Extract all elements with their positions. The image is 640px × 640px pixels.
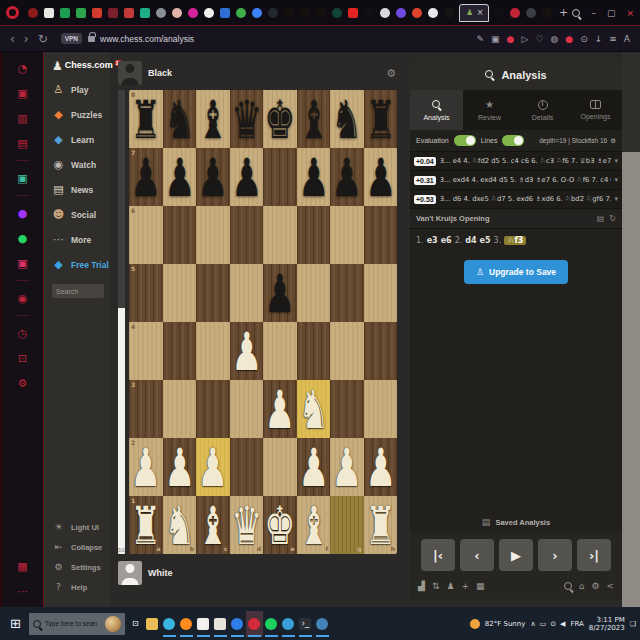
time-text: 3:11 PM xyxy=(597,616,625,624)
toggle-knob xyxy=(514,136,523,145)
learn-icon: ◆ xyxy=(52,134,65,146)
square-c4[interactable] xyxy=(196,322,230,380)
square-b4[interactable] xyxy=(163,322,197,380)
search-highlight-icon[interactable] xyxy=(105,616,121,632)
sidebar-footer-light-ui[interactable]: ☀Light UI xyxy=(52,521,110,533)
tab-favicon xyxy=(204,8,214,18)
tab[interactable] xyxy=(75,4,87,22)
tab-favicon xyxy=(396,8,406,18)
square-c5[interactable] xyxy=(196,264,230,322)
downloads-icon[interactable]: ⊡ xyxy=(15,350,31,366)
next-move-button[interactable]: › xyxy=(538,539,572,571)
square-g7[interactable]: ♟ xyxy=(330,148,364,206)
sidebar-item-label: News xyxy=(71,185,93,195)
first-move-button[interactable]: |‹ xyxy=(421,539,455,571)
square-b1[interactable]: b♞ xyxy=(163,496,197,554)
mail-icon[interactable] xyxy=(212,611,229,637)
square-a7[interactable]: 7♟ xyxy=(129,148,163,206)
square-a4[interactable]: 4 xyxy=(129,322,163,380)
square-e7[interactable] xyxy=(263,148,297,206)
page-right-margin xyxy=(622,52,640,607)
rank-label: 5 xyxy=(131,266,135,272)
square-b6[interactable] xyxy=(163,206,197,264)
square-f7[interactable]: ♟ xyxy=(297,148,331,206)
back-button[interactable]: ‹ xyxy=(10,32,15,46)
tab[interactable] xyxy=(43,4,55,22)
tab-favicon xyxy=(428,8,438,18)
move[interactable]: e3 xyxy=(427,236,438,245)
move-number: 2. xyxy=(455,236,463,245)
eval-black-portion xyxy=(118,90,125,308)
eval-chip: +0.53 xyxy=(414,195,436,204)
divider xyxy=(16,280,30,281)
square-h7[interactable]: ♟ xyxy=(364,148,398,206)
explore-icon[interactable]: ↻ xyxy=(609,214,616,223)
tab-favicon xyxy=(494,8,504,18)
engine-status-text: depth=19 | Stockfish 16 xyxy=(539,137,607,144)
settings-icon[interactable]: ⚙ xyxy=(591,581,599,591)
square-d1[interactable]: d♛ xyxy=(230,496,264,554)
document-icon[interactable] xyxy=(195,611,212,637)
tab-favicon xyxy=(236,8,246,18)
square-g1[interactable]: g xyxy=(330,496,364,554)
prev-move-button[interactable]: ‹ xyxy=(460,539,494,571)
notification-icon[interactable]: ❏ xyxy=(630,620,636,628)
sidebar-item-more[interactable]: ⋯More xyxy=(52,234,110,246)
tab-github-favicon xyxy=(542,8,552,18)
engine-settings-gear-icon[interactable]: ⚙ xyxy=(610,137,616,145)
add-line-icon[interactable]: + xyxy=(462,581,470,591)
eval-white-portion xyxy=(118,308,125,554)
square-d3[interactable] xyxy=(230,380,264,438)
sidebar-item-free-trial[interactable]: ◆ Free Trial xyxy=(52,259,110,271)
tab[interactable] xyxy=(363,4,375,22)
snapshot-icon[interactable]: ▦ xyxy=(15,558,31,574)
white-bishop: ♝ xyxy=(296,480,330,554)
tab-youtube-favicon xyxy=(348,8,358,18)
record-icon[interactable]: ● xyxy=(507,34,515,44)
tab[interactable] xyxy=(443,4,455,22)
instagram-icon[interactable]: ▣ xyxy=(15,255,31,271)
mic-icon[interactable]: ⊙ xyxy=(550,620,556,628)
chevron-up-icon[interactable]: ∧ xyxy=(530,620,535,628)
sidebar-item-social[interactable]: ☻Social xyxy=(52,209,110,221)
tab[interactable] xyxy=(251,4,263,22)
social-icon: ☻ xyxy=(52,209,65,221)
tab-github-favicon xyxy=(316,8,326,18)
gx-store-icon[interactable]: ▣ xyxy=(15,85,31,101)
tab[interactable] xyxy=(171,4,183,22)
panel-tab-label: Details xyxy=(532,114,553,121)
square-e1[interactable]: e♚ xyxy=(263,496,297,554)
menu-icon[interactable]: ≡ xyxy=(609,34,617,44)
setup-board-icon[interactable]: ▦ xyxy=(476,581,485,591)
opera-sidebar: ◔▣▥▤▣●●▣◉◷⊡⚙▦⋯ xyxy=(0,52,44,607)
profile-icon[interactable]: A xyxy=(624,34,630,44)
sidebar-item-watch[interactable]: ◉Watch xyxy=(52,159,110,171)
extension-icon[interactable]: ◍ xyxy=(550,34,558,44)
sidebar-footer-settings[interactable]: ⚙Settings xyxy=(52,561,110,573)
tab[interactable] xyxy=(219,4,231,22)
tab-search-icon[interactable] xyxy=(572,9,580,17)
tab-github-favicon xyxy=(300,8,310,18)
tab-favicon xyxy=(268,8,278,18)
toggle-lines[interactable] xyxy=(502,135,524,146)
rank-label: 4 xyxy=(131,324,135,330)
magnifier-icon xyxy=(432,100,442,110)
tab-favicon xyxy=(108,8,118,18)
rank-label: 6 xyxy=(131,208,135,214)
tab[interactable] xyxy=(203,4,215,22)
player-row-top: Black ⚙ xyxy=(118,58,400,88)
engine-status[interactable]: depth=19 | Stockfish 16⚙ xyxy=(539,137,616,145)
board-settings-gear-icon[interactable]: ⚙ xyxy=(386,67,396,80)
toggle-knob xyxy=(466,136,475,145)
sidebar-item-label: Play xyxy=(71,85,89,95)
toggle-label: Lines xyxy=(481,137,498,144)
more-icon: ⋯ xyxy=(52,234,65,246)
engine-line-moves: 3... exd4 4. exd4 d5 5. ♗d3 ♗e7 6. O-O ♘… xyxy=(440,176,612,184)
tab-favicon xyxy=(380,8,390,18)
minimize-button[interactable]: – xyxy=(591,8,596,18)
tab-favicon xyxy=(124,8,134,18)
history-icon[interactable]: ◷ xyxy=(15,325,31,341)
firefox-icon[interactable] xyxy=(178,611,195,637)
toggle-label: Evaluation xyxy=(416,137,449,144)
move[interactable]: e6 xyxy=(441,236,452,245)
tab-github[interactable] xyxy=(299,4,311,22)
chesscom-sidebar: ♟ Chess.com 24 ♙Play◆Puzzles◆Learn◉Watch… xyxy=(44,52,110,607)
flip-board-icon[interactable]: ⇅ xyxy=(432,581,440,591)
tab-favicon xyxy=(44,8,54,18)
square-f6[interactable] xyxy=(297,206,331,264)
practice-icon[interactable]: ♟ xyxy=(446,581,454,591)
square-a5[interactable]: 5 xyxy=(129,264,163,322)
diamond-icon: ◆ xyxy=(52,259,65,271)
sidebar-item-puzzles[interactable]: ◆Puzzles xyxy=(52,109,110,121)
player-name-white: White xyxy=(148,568,173,578)
square-b5[interactable] xyxy=(163,264,197,322)
white-knight: ♞ xyxy=(162,480,196,554)
close-button[interactable]: × xyxy=(626,8,634,18)
sidebar-footer-collapse[interactable]: ⇤Collapse xyxy=(52,541,110,553)
sidebar-item-news[interactable]: ▤News xyxy=(52,184,110,196)
logo-pawn-icon: ♟ xyxy=(52,60,63,72)
messenger-icon[interactable]: ● xyxy=(15,205,31,221)
eval-chip: +0.31 xyxy=(414,176,436,185)
active-tab-chesscom-analysis[interactable]: ♟× xyxy=(459,4,489,22)
media-icon[interactable] xyxy=(229,611,246,637)
tab[interactable] xyxy=(525,4,537,22)
tab-list: ♟× xyxy=(27,4,553,22)
play-icon[interactable]: ▷ xyxy=(521,34,528,44)
engine-line-3[interactable]: +0.533... d6 4. dxe5 ♘d7 5. exd6 ♗xd6 6.… xyxy=(410,189,622,208)
move-list: 1.e3e62.d4e53.♘f3 xyxy=(410,229,622,252)
square-f5[interactable] xyxy=(297,264,331,322)
move-current[interactable]: ♘f3 xyxy=(504,236,526,245)
help-icon: ? xyxy=(52,581,65,593)
upgrade-label: Upgrade to Save xyxy=(489,267,556,277)
avatar[interactable] xyxy=(118,561,142,585)
tab-favicon xyxy=(172,8,182,18)
vpn-badge[interactable]: VPN xyxy=(61,33,82,44)
sidebar-search-input[interactable] xyxy=(52,284,104,298)
tab[interactable] xyxy=(139,4,151,22)
square-c1[interactable]: c♝ xyxy=(196,496,230,554)
tab-review[interactable]: ★Review xyxy=(463,90,516,130)
address-bar-icons: ✎▣●▷♡◍●⊙↓≡A xyxy=(477,34,630,44)
book-icon xyxy=(590,100,601,109)
volume-icon[interactable]: ◀ xyxy=(560,620,565,628)
collapse-icon: ⇤ xyxy=(52,541,65,553)
tab-favicon xyxy=(140,8,150,18)
player-row-bottom: White xyxy=(118,558,400,588)
twitch-icon[interactable]: ▣ xyxy=(15,170,31,186)
settings-icon: ⚙ xyxy=(52,561,65,573)
square-g6[interactable] xyxy=(330,206,364,264)
file-explorer-icon[interactable] xyxy=(144,611,161,637)
edge-icon[interactable] xyxy=(161,611,178,637)
tab[interactable] xyxy=(91,4,103,22)
share-icon[interactable]: < xyxy=(606,581,614,591)
taskbar-search[interactable] xyxy=(29,613,125,635)
move-navigation: |‹‹▶››| xyxy=(410,533,622,577)
settings-icon[interactable]: ⚙ xyxy=(15,375,31,391)
more-icon[interactable]: ⋯ xyxy=(15,583,31,599)
square-g5[interactable] xyxy=(330,264,364,322)
tab[interactable] xyxy=(493,4,505,22)
square-e3[interactable]: ♟ xyxy=(263,380,297,438)
last-move-button[interactable]: ›| xyxy=(577,539,611,571)
square-a6[interactable]: 6 xyxy=(129,206,163,264)
divider xyxy=(16,315,30,316)
rank-label: 3 xyxy=(131,382,135,388)
whatsapp-icon[interactable]: ● xyxy=(15,230,31,246)
square-g4[interactable] xyxy=(330,322,364,380)
pc-icon[interactable]: ▭ xyxy=(540,620,547,628)
tab-favicon xyxy=(188,8,198,18)
classroom-icon[interactable]: ⌂ xyxy=(579,581,585,591)
tab-github[interactable] xyxy=(283,4,295,22)
play-pawn-icon: ♙ xyxy=(52,84,65,96)
saved-analysis-icon: ▤ xyxy=(482,517,491,527)
tab[interactable] xyxy=(187,4,199,22)
task-view-icon[interactable]: ⊡ xyxy=(127,611,144,637)
system-tray: 82°F Sunny ∧▭⊙◀ FRA 3:11 PM 8/27/2023 ❏ xyxy=(470,616,636,632)
discord-icon[interactable]: ▤ xyxy=(15,135,31,151)
edit-icon[interactable]: ✎ xyxy=(477,34,485,44)
tab[interactable] xyxy=(155,4,167,22)
tab-chesscom-analysis-favicon: ♟ xyxy=(465,8,475,18)
move[interactable]: e5 xyxy=(480,236,491,245)
reload-button[interactable]: ↻ xyxy=(38,32,48,46)
divider xyxy=(16,195,30,196)
square-d4[interactable]: ♟ xyxy=(230,322,264,380)
move[interactable]: d4 xyxy=(465,236,476,245)
move-number: 3. xyxy=(494,236,502,245)
square-d7[interactable]: ♟ xyxy=(230,148,264,206)
tab[interactable] xyxy=(395,4,407,22)
tab[interactable] xyxy=(379,4,391,22)
tab[interactable] xyxy=(509,4,521,22)
weather-sun-icon[interactable] xyxy=(470,619,480,629)
search-icon xyxy=(33,620,40,627)
sidebar-footer-label: Settings xyxy=(71,563,101,572)
address-bar: ‹ › ↻ VPN www.chess.com/analysis ✎▣●▷♡◍●… xyxy=(0,26,640,52)
opening-row[interactable]: Van't Kruijs Opening ▤↻ xyxy=(410,208,622,229)
windows-taskbar: ⊞ ⊡›_ 82°F Sunny ∧▭⊙◀ FRA 3:11 PM 8/27/2… xyxy=(0,607,640,640)
explorer-zoom-icon[interactable] xyxy=(564,582,572,590)
square-e8[interactable]: ♚ xyxy=(263,90,297,148)
terminal-icon[interactable]: ›_ xyxy=(297,611,314,637)
upgrade-to-save-button[interactable]: ♙ Upgrade to Save xyxy=(464,260,568,284)
play-button[interactable]: ▶ xyxy=(499,539,533,571)
tab-youtube[interactable] xyxy=(347,4,359,22)
white-bishop: ♝ xyxy=(196,480,230,554)
saved-analysis-label: Saved Analysis xyxy=(495,518,550,527)
expand-line-icon[interactable]: ▾ xyxy=(614,195,618,203)
vlc-icon[interactable] xyxy=(280,611,297,637)
tab[interactable] xyxy=(267,4,279,22)
chesscom-logo[interactable]: ♟ Chess.com 24 xyxy=(52,60,110,72)
engine-line-2[interactable]: +0.313... exd4 4. exd4 d5 5. ♗d3 ♗e7 6. … xyxy=(410,170,622,189)
square-e5[interactable]: ♟ xyxy=(263,264,297,322)
speed-dial-icon[interactable]: ◔ xyxy=(15,60,31,76)
square-h1[interactable]: h♜ xyxy=(364,496,398,554)
python-icon[interactable] xyxy=(314,611,331,637)
tab-favicon xyxy=(252,8,262,18)
tab[interactable] xyxy=(331,4,343,22)
tab-favicon xyxy=(76,8,86,18)
panel-tabs: Analysis★ReviewDetailsOpenings xyxy=(410,90,622,130)
language-indicator[interactable]: FRA xyxy=(570,620,583,628)
square-h6[interactable] xyxy=(364,206,398,264)
avatar[interactable] xyxy=(118,61,142,85)
snapshot-icon[interactable]: ▣ xyxy=(491,34,500,44)
tab-favicon xyxy=(28,8,38,18)
tab[interactable] xyxy=(27,4,39,22)
tab-favicon xyxy=(60,8,70,18)
square-a1[interactable]: 1a♜ xyxy=(129,496,163,554)
tab[interactable] xyxy=(107,4,119,22)
toggle-evaluation[interactable] xyxy=(454,135,476,146)
square-c7[interactable]: ♟ xyxy=(196,148,230,206)
news-icon: ▤ xyxy=(52,184,65,196)
tab[interactable] xyxy=(59,4,71,22)
square-f1[interactable]: f♝ xyxy=(297,496,331,554)
watch-icon: ◉ xyxy=(52,159,65,171)
tab-favicon xyxy=(510,8,520,18)
tab-favicon xyxy=(412,8,422,18)
square-d6[interactable] xyxy=(230,206,264,264)
square-g2[interactable]: ♟ xyxy=(330,438,364,496)
white-queen: ♛ xyxy=(229,480,263,554)
sidebar-item-label: Free Trial xyxy=(71,260,109,270)
sidebar-footer-label: Help xyxy=(71,583,87,592)
book-icon[interactable]: ▤ xyxy=(597,214,605,223)
analysis-magnifier-icon xyxy=(485,70,495,80)
tab[interactable] xyxy=(427,4,439,22)
panel-tab-label: Analysis xyxy=(423,114,449,121)
sidebar-footer-label: Light UI xyxy=(71,523,99,532)
tab-details[interactable]: Details xyxy=(516,90,569,130)
expand-line-icon[interactable]: ▾ xyxy=(614,176,618,184)
light-ui-icon: ☀ xyxy=(52,521,65,533)
tab-close-icon[interactable]: × xyxy=(477,8,484,17)
square-c6[interactable] xyxy=(196,206,230,264)
logo-text: Chess.com xyxy=(65,60,113,70)
spotify-icon[interactable] xyxy=(263,611,280,637)
tab-favicon xyxy=(364,8,374,18)
sidebar-item-learn[interactable]: ◆Learn xyxy=(52,134,110,146)
opera-gx-icon[interactable] xyxy=(246,611,263,637)
wallet-icon[interactable]: ⊙ xyxy=(580,34,588,44)
sidebar-footer-help[interactable]: ?Help xyxy=(52,581,110,593)
sidebar-item-label: Social xyxy=(71,210,96,220)
square-h4[interactable] xyxy=(364,322,398,380)
tab-github[interactable] xyxy=(541,4,553,22)
sidebar-item-label: Watch xyxy=(71,160,96,170)
url-text[interactable]: www.chess.com/analysis xyxy=(100,34,194,44)
engine-line-moves: 3... d6 4. dxe5 ♘d7 5. exd6 ♗xd6 6. ♘bd2… xyxy=(440,195,612,203)
taskbar-search-input[interactable] xyxy=(43,619,99,628)
opening-name: Van't Kruijs Opening xyxy=(416,214,489,223)
forward-button[interactable]: › xyxy=(24,32,29,46)
panel-title: Analysis xyxy=(501,69,546,81)
evaluation-chart-icon[interactable]: ▟ xyxy=(418,581,425,591)
expand-line-icon[interactable]: ▾ xyxy=(614,157,618,165)
tab[interactable] xyxy=(411,4,423,22)
eval-chip: +0.04 xyxy=(414,157,436,166)
opera-logo-icon[interactable] xyxy=(6,6,19,19)
opening-icons: ▤↻ xyxy=(597,214,616,223)
panel-bottom-icons: ▟⇅♟+▦ ⌂⚙< xyxy=(410,577,622,599)
square-h5[interactable] xyxy=(364,264,398,322)
player-icon[interactable]: ◉ xyxy=(15,290,31,306)
tab-analysis[interactable]: Analysis xyxy=(410,90,463,130)
tab-github-favicon xyxy=(284,8,294,18)
date-text: 8/27/2023 xyxy=(589,624,625,632)
sidebar-item-play[interactable]: ♙Play xyxy=(52,84,110,96)
maximize-button[interactable]: ▢ xyxy=(607,8,616,18)
lock-icon xyxy=(88,36,95,42)
new-tab-button[interactable]: + xyxy=(559,6,568,19)
panel-header: Analysis xyxy=(410,60,622,90)
player-name-black: Black xyxy=(148,68,172,78)
favorites-icon[interactable]: ♡ xyxy=(535,34,543,44)
white-rook: ♜ xyxy=(129,480,163,554)
file-label: g xyxy=(357,546,361,552)
panel-tab-label: Review xyxy=(478,114,501,121)
square-b7[interactable]: ♟ xyxy=(163,148,197,206)
saved-analysis-row[interactable]: ▤ Saved Analysis xyxy=(410,511,622,533)
clock[interactable]: 3:11 PM 8/27/2023 xyxy=(589,616,625,632)
panel-tab-label: Openings xyxy=(581,113,611,120)
tab[interactable] xyxy=(123,4,135,22)
start-button[interactable]: ⊞ xyxy=(4,616,27,631)
gx-icon[interactable]: ● xyxy=(565,34,573,44)
tab[interactable] xyxy=(235,4,247,22)
browser-tab-strip: ♟× + – ▢ × xyxy=(0,0,640,26)
engine-line-1[interactable]: +0.043... e4 4. ♘fd2 d5 5. c4 c6 6. ♘c3 … xyxy=(410,151,622,170)
gx-mods-icon[interactable]: ▥ xyxy=(15,110,31,126)
tab-openings[interactable]: Openings xyxy=(569,90,622,130)
download-icon[interactable]: ↓ xyxy=(595,34,603,44)
tab-github[interactable] xyxy=(315,4,327,22)
weather-text[interactable]: 82°F Sunny xyxy=(485,620,526,628)
sidebar-item-label: Learn xyxy=(71,135,94,145)
panel-toggles: EvaluationLinesdepth=19 | Stockfish 16⚙ xyxy=(410,130,622,151)
